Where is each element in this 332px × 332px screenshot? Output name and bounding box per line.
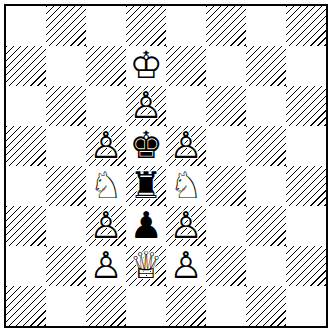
- square-c3[interactable]: ♙: [86, 206, 126, 246]
- white-king: ♔: [129, 46, 162, 86]
- square-a2[interactable]: [6, 246, 46, 286]
- square-g4[interactable]: [246, 166, 286, 206]
- square-e3[interactable]: ♙: [166, 206, 206, 246]
- white-pawn: ♙: [89, 246, 122, 286]
- square-b4[interactable]: [46, 166, 86, 206]
- square-d8[interactable]: [126, 6, 166, 46]
- square-h7[interactable]: [286, 46, 326, 86]
- square-e6[interactable]: [166, 86, 206, 126]
- square-d1[interactable]: [126, 286, 166, 326]
- square-f8[interactable]: [206, 6, 246, 46]
- square-b3[interactable]: [46, 206, 86, 246]
- square-b2[interactable]: [46, 246, 86, 286]
- square-c1[interactable]: [86, 286, 126, 326]
- chess-diagram: ♔♙♙♚♙♘♜♘♙♟♙♙♕♙: [0, 0, 332, 332]
- square-e4[interactable]: ♘: [166, 166, 206, 206]
- white-pawn: ♙: [89, 206, 122, 246]
- square-a4[interactable]: [6, 166, 46, 206]
- square-h1[interactable]: [286, 286, 326, 326]
- square-a8[interactable]: [6, 6, 46, 46]
- square-a1[interactable]: [6, 286, 46, 326]
- square-h2[interactable]: [286, 246, 326, 286]
- black-rook: ♜: [129, 166, 162, 206]
- white-pawn: ♙: [89, 126, 122, 166]
- square-d5[interactable]: ♚: [126, 126, 166, 166]
- square-g3[interactable]: [246, 206, 286, 246]
- square-f3[interactable]: [206, 206, 246, 246]
- square-b7[interactable]: [46, 46, 86, 86]
- black-king: ♚: [129, 126, 162, 166]
- square-d6[interactable]: ♙: [126, 86, 166, 126]
- square-g7[interactable]: [246, 46, 286, 86]
- white-pawn: ♙: [169, 126, 202, 166]
- square-c6[interactable]: [86, 86, 126, 126]
- square-f4[interactable]: [206, 166, 246, 206]
- square-a5[interactable]: [6, 126, 46, 166]
- square-a6[interactable]: [6, 86, 46, 126]
- square-f6[interactable]: [206, 86, 246, 126]
- black-pawn: ♟: [129, 206, 162, 246]
- square-h3[interactable]: [286, 206, 326, 246]
- white-queen: ♕: [129, 246, 162, 286]
- square-h4[interactable]: [286, 166, 326, 206]
- square-b1[interactable]: [46, 286, 86, 326]
- square-c2[interactable]: ♙: [86, 246, 126, 286]
- square-f5[interactable]: [206, 126, 246, 166]
- white-pawn: ♙: [169, 206, 202, 246]
- square-b8[interactable]: [46, 6, 86, 46]
- white-pawn: ♙: [129, 86, 162, 126]
- square-g1[interactable]: [246, 286, 286, 326]
- square-g5[interactable]: [246, 126, 286, 166]
- square-d2[interactable]: ♕: [126, 246, 166, 286]
- square-g8[interactable]: [246, 6, 286, 46]
- square-g2[interactable]: [246, 246, 286, 286]
- square-e8[interactable]: [166, 6, 206, 46]
- square-b6[interactable]: [46, 86, 86, 126]
- square-d3[interactable]: ♟: [126, 206, 166, 246]
- square-a7[interactable]: [6, 46, 46, 86]
- square-h8[interactable]: [286, 6, 326, 46]
- square-c7[interactable]: [86, 46, 126, 86]
- square-a3[interactable]: [6, 206, 46, 246]
- square-f7[interactable]: [206, 46, 246, 86]
- square-f1[interactable]: [206, 286, 246, 326]
- square-b5[interactable]: [46, 126, 86, 166]
- white-knight: ♘: [169, 166, 202, 206]
- square-c8[interactable]: [86, 6, 126, 46]
- square-h5[interactable]: [286, 126, 326, 166]
- square-h6[interactable]: [286, 86, 326, 126]
- square-f2[interactable]: [206, 246, 246, 286]
- square-e2[interactable]: ♙: [166, 246, 206, 286]
- square-e1[interactable]: [166, 286, 206, 326]
- square-d4[interactable]: ♜: [126, 166, 166, 206]
- square-c5[interactable]: ♙: [86, 126, 126, 166]
- white-pawn: ♙: [169, 246, 202, 286]
- square-g6[interactable]: [246, 86, 286, 126]
- square-e5[interactable]: ♙: [166, 126, 206, 166]
- square-c4[interactable]: ♘: [86, 166, 126, 206]
- square-e7[interactable]: [166, 46, 206, 86]
- white-knight: ♘: [89, 166, 122, 206]
- square-d7[interactable]: ♔: [126, 46, 166, 86]
- chess-board: ♔♙♙♚♙♘♜♘♙♟♙♙♕♙: [4, 4, 328, 328]
